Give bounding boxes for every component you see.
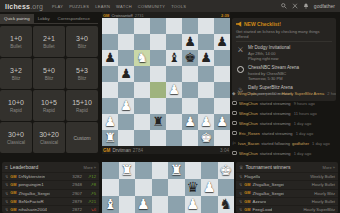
square-c7: [135, 179, 152, 196]
square-a1: ♜: [102, 130, 118, 146]
pairing-time: 5+3: [76, 67, 88, 74]
timeline-user[interactable]: WingChun: [239, 151, 258, 156]
timeline-user[interactable]: Ivan_Bacon: [238, 141, 259, 146]
square-g3: [198, 98, 214, 114]
pairing-time: Custom: [73, 135, 90, 141]
white-pawn: ♟: [185, 196, 202, 213]
white-pawn: ♟: [166, 82, 182, 98]
square-g8: [201, 162, 218, 179]
square-h7: [218, 179, 235, 196]
square-f2: ♟: [182, 114, 198, 130]
swords-icon: ⚔: [236, 45, 245, 54]
pairing-10+0[interactable]: 10+0Rapid: [0, 90, 32, 121]
square-f8: [185, 162, 202, 179]
player-name[interactable]: FeegLood: [252, 207, 272, 212]
leaderboard-panel: ≡ Leaderboard More » ↯GMDrNykterstein328…: [2, 162, 99, 213]
player-name[interactable]: Zhigalko_Sergei: [252, 191, 284, 196]
event-detail: Playing right now: [248, 56, 290, 61]
nav-item-community[interactable]: COMMUNITY: [138, 4, 165, 9]
square-e4: ♟: [166, 82, 182, 98]
timeline-entry[interactable]: Eric_Rosen started streaming 1 day ago: [232, 128, 336, 138]
square-g4: [198, 82, 214, 98]
timeline-time: 1 day ago: [293, 151, 312, 156]
nav-item-watch[interactable]: WATCH: [116, 4, 132, 9]
list-icon: ≡: [5, 164, 8, 170]
tab-correspondence[interactable]: Correspondence: [54, 14, 94, 23]
bullet-icon: ↯: [5, 174, 8, 179]
pairing-speed: Classical: [40, 140, 58, 145]
tv-game[interactable]: GM Croissantoff 2731 2:39 ♟♟♟♞♝♚♟♟♟♟♟♜♟♟…: [102, 12, 230, 154]
player-rating: 2879: [72, 199, 82, 204]
white-rook: ♜: [102, 130, 118, 146]
white-pawn: ♟: [102, 114, 118, 130]
timeline-object[interactable]: godfather: [292, 141, 309, 146]
player-name[interactable]: Zhigalko_Sergei: [252, 182, 284, 187]
square-g1: ♚: [198, 130, 214, 146]
square-d6: [152, 196, 169, 213]
square-d6: [150, 50, 166, 66]
square-g7: [198, 34, 214, 50]
gm-badge: GM: [10, 183, 16, 187]
bottom-player-title: GM: [103, 148, 110, 153]
pairing-speed: Rapid: [76, 108, 88, 113]
square-b8: ♜: [119, 162, 136, 179]
square-d8: [150, 18, 166, 34]
spotlight-event[interactable]: ChessNBC Stream Arenahosted by ChessNBCT…: [236, 65, 332, 81]
square-c8: [134, 18, 150, 34]
timeline-time: 1 day ago: [311, 141, 330, 146]
pairing-speed: Classical: [7, 140, 25, 145]
square-c2: [134, 114, 150, 130]
username[interactable]: godfather: [314, 3, 335, 9]
tournament-name[interactable]: Weekly Bullet: [310, 174, 335, 179]
black-pawn: ♟: [214, 34, 230, 50]
square-h5: [214, 66, 230, 82]
tournament-name[interactable]: Hourly Bullet: [312, 199, 335, 204]
square-b7: [119, 179, 136, 196]
gm-badge: GM: [10, 200, 16, 204]
square-c4: [134, 82, 150, 98]
white-rook: ♜: [168, 162, 185, 179]
nav-item-play[interactable]: PLAY: [52, 4, 63, 9]
timeline-entry[interactable]: WingChun started streaming 11 hours ago: [232, 108, 336, 118]
top-player-name[interactable]: Croissantoff: [111, 13, 132, 18]
square-e6: ♝: [166, 50, 182, 66]
square-b8: [118, 18, 134, 34]
timeline-time: 9 hours ago: [293, 101, 315, 106]
leaderboard-title: Leaderboard: [10, 164, 38, 170]
black-pawn: ♟: [198, 50, 214, 66]
square-e3: [166, 98, 182, 114]
timeline-object[interactable]: Hourly SuperBlitz Arena: [282, 91, 324, 96]
leaderboard-row[interactable]: ↯GMBeNeFactoR2879↗21: [2, 197, 99, 205]
megaphone-icon: [236, 21, 242, 27]
tv-icon: [232, 121, 237, 125]
timeline-user[interactable]: Eric_Rosen: [239, 131, 260, 136]
rating-progress: ↗5: [84, 191, 96, 196]
header-right: godfather: [281, 3, 335, 9]
square-c6: ♞: [134, 50, 150, 66]
player-name[interactable]: DrNykterstein: [18, 174, 45, 179]
pairing-time: 1+0: [10, 35, 22, 42]
player-name[interactable]: Flagzilla: [244, 174, 260, 179]
square-e6: [168, 196, 185, 213]
bullet-icon: ↯: [5, 182, 8, 187]
white-king: ♚: [218, 162, 235, 179]
bottom-player-rating: 2784: [133, 148, 143, 153]
gm-badge: GM: [10, 191, 16, 195]
square-b2: [118, 114, 134, 130]
nav-item-puzzles[interactable]: PUZZLES: [69, 4, 89, 9]
square-g6: [201, 196, 218, 213]
square-d2: ♜: [150, 114, 166, 130]
square-c7: [134, 34, 150, 50]
announcement-title: NEW Checklist!: [244, 21, 281, 27]
square-f3: [182, 98, 198, 114]
pairing-speed: Bullet: [43, 44, 54, 49]
pairing-speed: Rapid: [10, 108, 22, 113]
square-a4: [102, 82, 118, 98]
bottom-player-clock: 3:04: [220, 148, 229, 153]
lichess-logo[interactable]: lichess.org: [5, 3, 43, 10]
square-g2: ♟: [198, 114, 214, 130]
square-a3: [102, 98, 118, 114]
black-rook: ♜: [150, 114, 166, 130]
square-a2: ♟: [102, 114, 118, 130]
player-name[interactable]: Zhigalko_Sergei: [18, 191, 50, 196]
black-queen: ♛: [185, 179, 202, 196]
gm-badge: GM: [10, 208, 16, 212]
square-g5: [198, 66, 214, 82]
pairing-30+0[interactable]: 30+0Classical: [0, 122, 32, 153]
quick-pairing-grid: 1+0Bullet2+1Bullet3+0Blitz3+2Blitz5+0Bli…: [0, 26, 98, 153]
challenge-icon[interactable]: [292, 3, 298, 9]
square-f1: [182, 130, 198, 146]
timeline-feed: ◆WingChun competes in Hourly SuperBlitz …: [232, 88, 336, 158]
square-e5: [166, 66, 182, 82]
square-b6: [118, 50, 134, 66]
pairing-time: 15+10: [72, 99, 92, 106]
square-h3: [214, 98, 230, 114]
pairing-1+0[interactable]: 1+0Bullet: [0, 26, 32, 57]
rating-progress: ↘6: [84, 207, 96, 212]
bullet-icon: ↯: [239, 182, 242, 187]
black-king: ♚: [182, 50, 198, 66]
top-player-rating: 2731: [135, 13, 144, 18]
square-c5: [134, 66, 150, 82]
square-a7: [102, 179, 119, 196]
square-e7: [166, 34, 182, 50]
winners-title: Tournament winners: [245, 164, 290, 170]
tv-icon: [232, 151, 237, 155]
tv-icon: [232, 131, 237, 135]
square-d3: [150, 98, 166, 114]
trophy-icon: ◆: [232, 91, 235, 96]
square-a7: [102, 34, 118, 50]
pairing-speed: Blitz: [12, 76, 21, 81]
black-pawn: ♟: [182, 34, 198, 50]
timeline-entry[interactable]: WingChun started streaming 9 hours ago: [232, 98, 336, 108]
timeline-user[interactable]: WingChun: [239, 121, 258, 126]
leaderboard-row[interactable]: ↯GMDrNykterstein3282↗12: [2, 172, 99, 180]
square-f8: [182, 18, 198, 34]
white-pawn: ♟: [182, 114, 198, 130]
timeline-user[interactable]: WingChun: [239, 111, 258, 116]
player-name[interactable]: nihalsarin2004: [18, 207, 47, 212]
leaderboard-row[interactable]: ↯GMpenguingim12948↗8: [2, 180, 99, 188]
square-h7: ♟: [214, 34, 230, 50]
winner-row[interactable]: ↯FlagzillaWeekly Bullet: [236, 172, 338, 180]
pairing-time: 3+0: [76, 35, 88, 42]
square-g6: ♟: [198, 50, 214, 66]
bullet-icon: ↯: [239, 199, 242, 204]
tab-lobby[interactable]: Lobby: [34, 14, 54, 23]
square-d1: [150, 130, 166, 146]
pairing-speed: Blitz: [78, 76, 87, 81]
square-e2: [166, 114, 182, 130]
flag-icon: ⚐: [232, 141, 236, 146]
square-h8: [214, 18, 230, 34]
square-h6: ♞: [218, 196, 235, 213]
winner-row[interactable]: ↯GMFeegLoodHourly SuperBlitz: [236, 205, 338, 213]
white-pawn: ♟: [201, 179, 218, 196]
player-name[interactable]: Azzaro: [252, 199, 266, 204]
pairing-5+3[interactable]: 5+3Blitz: [66, 58, 98, 89]
lichess-circle-icon: [236, 65, 245, 74]
tab-quick-pairing[interactable]: Quick pairing: [0, 14, 34, 23]
pairing-15+10[interactable]: 15+10Rapid: [66, 90, 98, 121]
winner-row[interactable]: ↯GMZhigalko_SergeiHourly Bullet: [236, 180, 338, 188]
white-rook: ♜: [119, 162, 136, 179]
timeline-entry[interactable]: WingChun started streaming 1 day ago: [232, 118, 336, 128]
white-bishop: ♝: [102, 196, 119, 213]
square-h1: [214, 130, 230, 146]
announcement-subtitle: Get started on lichess by checking many …: [236, 29, 332, 42]
pairing-time: 10+5: [41, 99, 57, 106]
player-rating: 2872: [72, 207, 82, 212]
timeline-time: 1 day ago: [295, 131, 314, 136]
pairing-time: 5+0: [43, 67, 55, 74]
timeline-user[interactable]: WingChun: [237, 91, 256, 96]
square-a8: [102, 18, 118, 34]
bullet-icon: ↯: [5, 191, 8, 196]
square-g7: ♟: [201, 179, 218, 196]
square-e7: [168, 179, 185, 196]
timeline-entry[interactable]: ⚐Ivan_Bacon started following godfather …: [232, 138, 336, 148]
leaderboard-header: ≡ Leaderboard More »: [2, 162, 99, 172]
square-a6: ♝: [102, 196, 119, 213]
square-c1: [134, 130, 150, 146]
square-f7: ♛: [185, 179, 202, 196]
winner-row[interactable]: ↯GMAzzaroHourly Bullet: [236, 197, 338, 205]
square-b3: ♟: [118, 98, 134, 114]
nav-item-tools[interactable]: TOOLS: [171, 4, 186, 9]
player-name[interactable]: BeNeFactoR: [18, 199, 43, 204]
square-c3: [134, 98, 150, 114]
square-b6: [119, 196, 136, 213]
bullet-icon: ↯: [239, 191, 242, 196]
square-e1: [166, 130, 182, 146]
square-b7: [118, 34, 134, 50]
white-pawn: ♟: [118, 98, 134, 114]
square-c8: [135, 162, 152, 179]
square-f7: ♟: [182, 34, 198, 50]
lobby-sidebar: Quick pairingLobbyCorrespondence 1+0Bull…: [0, 14, 98, 153]
square-c6: ♟: [135, 196, 152, 213]
gm-badge: GM: [244, 183, 250, 187]
tournament-name[interactable]: Hourly Bullet: [312, 182, 335, 187]
timeline-time: 2 hours ago: [326, 91, 336, 96]
white-pawn: ♟: [214, 114, 230, 130]
black-knight: ♞: [218, 196, 235, 213]
top-player-clock: 2:39: [221, 13, 229, 18]
rating-progress: ↗21: [84, 199, 96, 204]
square-e8: ♜: [168, 162, 185, 179]
tournament-name[interactable]: Hourly SuperBlitz: [303, 207, 335, 212]
pairing-time: 10+0: [8, 99, 24, 106]
rating-progress: ↗12: [84, 174, 96, 179]
announcement-title-row[interactable]: NEW Checklist!: [236, 21, 332, 27]
winner-row[interactable]: ↯GMZhigalko_SergeiHourly Blitz: [236, 189, 338, 197]
black-pawn: ♟: [102, 50, 118, 66]
square-b4: [118, 82, 134, 98]
white-pawn: ♟: [198, 114, 214, 130]
pairing-10+5[interactable]: 10+5Rapid: [33, 90, 65, 121]
square-h4: [214, 82, 230, 98]
white-pawn: ♟: [135, 196, 152, 213]
gm-badge: GM: [244, 191, 250, 195]
trophy-icon: ♕: [239, 164, 243, 170]
timeline-time: 11 hours ago: [293, 111, 317, 116]
pairing-3+2[interactable]: 3+2Blitz: [0, 58, 32, 89]
pairing-3+0[interactable]: 3+0Blitz: [66, 26, 98, 57]
square-a6: ♟: [102, 50, 118, 66]
tv-icon: [232, 111, 237, 115]
bullet-icon: ↯: [5, 207, 8, 212]
search-icon[interactable]: [281, 3, 287, 9]
bullet-icon: ↯: [5, 199, 8, 204]
pairing-speed: Bullet: [10, 44, 21, 49]
square-d8: [152, 162, 169, 179]
square-g8: [198, 18, 214, 34]
player-rating: 2907: [72, 191, 82, 196]
square-h8: ♚: [218, 162, 235, 179]
black-pawn: ♟: [118, 66, 134, 82]
tv-icon: [232, 101, 237, 105]
black-bishop: ♝: [166, 50, 182, 66]
white-knight: ♞: [134, 50, 150, 66]
tournament-name[interactable]: Hourly Blitz: [314, 191, 335, 196]
pairing-speed: Rapid: [43, 108, 55, 113]
square-e8: [166, 18, 182, 34]
square-b5: ♟: [118, 66, 134, 82]
pairing-time: 3+2: [10, 67, 22, 74]
winners-header: ♕ Tournament winners More »: [236, 162, 338, 172]
bullet-icon: ↯: [239, 207, 242, 212]
square-f6: ♚: [182, 50, 198, 66]
pairing-speed: Blitz: [78, 44, 87, 49]
square-f5: [182, 66, 198, 82]
timeline-entry[interactable]: WingChun started streaming 1 day ago: [232, 148, 336, 158]
pairing-30+20[interactable]: 30+20Classical: [33, 122, 65, 153]
square-d7: [152, 179, 169, 196]
leaderboard-row[interactable]: ↯GMnihalsarin20042872↘6: [2, 205, 99, 213]
square-d5: [150, 66, 166, 82]
featured-board[interactable]: ♜♜♚♛♟♝♟♟♞: [102, 162, 234, 213]
event-detail: Tomorrow, 5:30 PM: [248, 76, 299, 81]
pairing-time: 2+1: [43, 35, 55, 42]
square-a5: [102, 66, 118, 82]
square-f4: [182, 82, 198, 98]
square-a8: [102, 162, 119, 179]
gm-badge: GM: [244, 200, 250, 204]
pairing-speed: Blitz: [45, 76, 54, 81]
pairing-5+0[interactable]: 5+0Blitz: [33, 58, 65, 89]
spotlight-event[interactable]: ⚔Mr Dodgy InvitationalApr 28th, 14:00Pla…: [236, 45, 332, 61]
square-h6: [214, 50, 230, 66]
square-b1: [118, 130, 134, 146]
notifications-icon[interactable]: [303, 3, 309, 9]
player-name[interactable]: penguingim1: [18, 182, 43, 187]
leaderboard-row[interactable]: ↯GMZhigalko_Sergei2907↗5: [2, 189, 99, 197]
white-king: ♚: [198, 130, 214, 146]
gm-badge: GM: [244, 208, 250, 212]
pairing-custom[interactable]: Custom: [66, 122, 98, 153]
main-nav: PLAYPUZZLESLEARNWATCHCOMMUNITYTOOLS: [52, 4, 186, 9]
gm-badge: GM: [10, 175, 16, 179]
top-nav-bar: lichess.org PLAYPUZZLESLEARNWATCHCOMMUNI…: [0, 0, 340, 12]
square-d4: [150, 82, 166, 98]
pairing-time: 30+0: [8, 131, 24, 138]
pairing-2+1[interactable]: 2+1Bullet: [33, 26, 65, 57]
nav-item-learn[interactable]: LEARN: [95, 4, 110, 9]
rating-progress: ↗8: [84, 182, 96, 187]
bullet-icon: ↯: [239, 174, 242, 179]
timeline-user[interactable]: WingChun: [239, 101, 258, 106]
square-h2: ♟: [214, 114, 230, 130]
square-f6: ♟: [185, 196, 202, 213]
pairing-time: 30+20: [39, 131, 59, 138]
timeline-time: 1 day ago: [293, 121, 312, 126]
bottom-player-bar: GM Drvitman 2784 3:04: [102, 146, 230, 154]
bottom-player-name[interactable]: Drvitman: [112, 148, 130, 153]
tournament-winners-panel: ♕ Tournament winners More » ↯FlagzillaWe…: [236, 162, 338, 213]
player-rating: 2948: [72, 182, 82, 187]
leaderboard-more-link[interactable]: More »: [84, 165, 96, 170]
square-d7: [150, 34, 166, 50]
lobby-tabs: Quick pairingLobbyCorrespondence: [0, 14, 98, 24]
chess-board[interactable]: ♟♟♟♞♝♚♟♟♟♟♟♜♟♟♟♜♚: [102, 18, 230, 146]
winners-more-link[interactable]: More »: [323, 165, 335, 170]
top-player-title: GM: [103, 13, 109, 18]
timeline-entry[interactable]: ◆WingChun competes in Hourly SuperBlitz …: [232, 88, 336, 98]
player-rating: 3282: [72, 174, 82, 179]
